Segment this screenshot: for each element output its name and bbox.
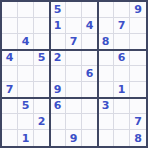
cell-r5c2[interactable] xyxy=(18,66,34,82)
cell-r4c3[interactable]: 5 xyxy=(34,50,50,66)
cell-r5c1[interactable] xyxy=(2,66,18,82)
cell-r1c9[interactable]: 9 xyxy=(130,2,146,18)
cell-r4c2[interactable] xyxy=(18,50,34,66)
cell-r1c2[interactable] xyxy=(18,2,34,18)
cell-r8c2[interactable] xyxy=(18,114,34,130)
cell-r9c5[interactable]: 9 xyxy=(66,130,82,146)
thick-line-horizontal-2 xyxy=(2,97,146,99)
cell-r7c4[interactable]: 6 xyxy=(50,98,66,114)
cell-r5c8[interactable] xyxy=(114,66,130,82)
cell-r7c7[interactable]: 3 xyxy=(98,98,114,114)
cell-r9c2[interactable]: 1 xyxy=(18,130,34,146)
cell-r6c3[interactable] xyxy=(34,82,50,98)
cell-r5c5[interactable] xyxy=(66,66,82,82)
cell-r6c2[interactable] xyxy=(18,82,34,98)
cell-r9c3[interactable] xyxy=(34,130,50,146)
cell-r9c4[interactable] xyxy=(50,130,66,146)
cell-r7c5[interactable] xyxy=(66,98,82,114)
cell-r2c9[interactable] xyxy=(130,18,146,34)
cell-r9c6[interactable] xyxy=(82,130,98,146)
cell-r1c5[interactable] xyxy=(66,2,82,18)
cell-r9c8[interactable] xyxy=(114,130,130,146)
cell-r6c6[interactable] xyxy=(82,82,98,98)
cell-r3c3[interactable] xyxy=(34,34,50,50)
cell-r2c2[interactable] xyxy=(18,18,34,34)
cell-r5c4[interactable] xyxy=(50,66,66,82)
cell-r8c7[interactable] xyxy=(98,114,114,130)
cell-r2c5[interactable] xyxy=(66,18,82,34)
cell-r5c3[interactable] xyxy=(34,66,50,82)
cell-r1c7[interactable] xyxy=(98,2,114,18)
cell-r9c7[interactable] xyxy=(98,130,114,146)
cell-r8c1[interactable] xyxy=(2,114,18,130)
cell-r6c5[interactable] xyxy=(66,82,82,98)
cell-r2c3[interactable] xyxy=(34,18,50,34)
thick-line-vertical-1 xyxy=(49,2,51,146)
cell-r8c9[interactable]: 7 xyxy=(130,114,146,130)
cell-r3c6[interactable] xyxy=(82,34,98,50)
cell-r3c2[interactable]: 4 xyxy=(18,34,34,50)
cell-r3c7[interactable]: 8 xyxy=(98,34,114,50)
cell-r2c6[interactable]: 4 xyxy=(82,18,98,34)
cell-r7c9[interactable] xyxy=(130,98,146,114)
cell-r9c9[interactable]: 8 xyxy=(130,130,146,146)
cell-r3c9[interactable] xyxy=(130,34,146,50)
cell-r4c1[interactable]: 4 xyxy=(2,50,18,66)
cell-r2c8[interactable]: 7 xyxy=(114,18,130,34)
cell-r3c1[interactable] xyxy=(2,34,18,50)
cell-r7c1[interactable] xyxy=(2,98,18,114)
cell-r8c3[interactable]: 2 xyxy=(34,114,50,130)
cell-r8c6[interactable] xyxy=(82,114,98,130)
cell-r3c4[interactable] xyxy=(50,34,66,50)
cell-r8c4[interactable] xyxy=(50,114,66,130)
sudoku-board: 591474784526679156327198 xyxy=(0,0,148,148)
cell-r4c7[interactable] xyxy=(98,50,114,66)
cell-r4c4[interactable]: 2 xyxy=(50,50,66,66)
cell-r6c1[interactable]: 7 xyxy=(2,82,18,98)
thick-line-vertical-2 xyxy=(97,2,99,146)
cell-r2c4[interactable]: 1 xyxy=(50,18,66,34)
cell-r7c6[interactable] xyxy=(82,98,98,114)
cell-r1c1[interactable] xyxy=(2,2,18,18)
cell-r5c9[interactable] xyxy=(130,66,146,82)
cell-r8c8[interactable] xyxy=(114,114,130,130)
cell-r9c1[interactable] xyxy=(2,130,18,146)
cell-r4c8[interactable]: 6 xyxy=(114,50,130,66)
cell-r2c7[interactable] xyxy=(98,18,114,34)
cell-r7c3[interactable] xyxy=(34,98,50,114)
cell-r6c8[interactable]: 1 xyxy=(114,82,130,98)
cell-r2c1[interactable] xyxy=(2,18,18,34)
cell-r5c7[interactable] xyxy=(98,66,114,82)
cell-r1c3[interactable] xyxy=(34,2,50,18)
cell-r3c5[interactable]: 7 xyxy=(66,34,82,50)
cell-r6c7[interactable] xyxy=(98,82,114,98)
cell-r1c4[interactable]: 5 xyxy=(50,2,66,18)
thick-line-horizontal-1 xyxy=(2,49,146,51)
sudoku-grid: 591474784526679156327198 xyxy=(2,2,146,146)
cell-r4c6[interactable] xyxy=(82,50,98,66)
cell-r6c9[interactable] xyxy=(130,82,146,98)
cell-r3c8[interactable] xyxy=(114,34,130,50)
cell-r1c6[interactable] xyxy=(82,2,98,18)
cell-r8c5[interactable] xyxy=(66,114,82,130)
cell-r1c8[interactable] xyxy=(114,2,130,18)
cell-r5c6[interactable]: 6 xyxy=(82,66,98,82)
cell-r7c8[interactable] xyxy=(114,98,130,114)
cell-r7c2[interactable]: 5 xyxy=(18,98,34,114)
cell-r4c9[interactable] xyxy=(130,50,146,66)
cell-r4c5[interactable] xyxy=(66,50,82,66)
cell-r6c4[interactable]: 9 xyxy=(50,82,66,98)
